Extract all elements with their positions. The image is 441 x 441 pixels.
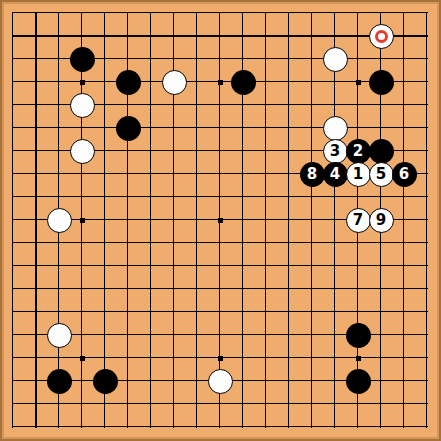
- stone-black: [231, 70, 256, 95]
- stone-black: [93, 369, 118, 394]
- stone-white-3: 3: [323, 139, 348, 164]
- stone-black-8: 8: [300, 162, 325, 187]
- move-number: 6: [399, 167, 409, 182]
- stone-black-4: 4: [323, 162, 348, 187]
- stone-white: [323, 47, 348, 72]
- stone-black: [369, 70, 394, 95]
- star-point: [80, 356, 85, 361]
- stone-black-6: 6: [392, 162, 417, 187]
- stone-white: [323, 116, 348, 141]
- move-number: 8: [307, 167, 317, 182]
- star-point: [218, 80, 223, 85]
- stone-black: [369, 139, 394, 164]
- stone-white: [162, 70, 187, 95]
- stone-white-1: 1: [346, 162, 371, 187]
- star-point: [218, 356, 223, 361]
- move-number: 9: [376, 213, 386, 228]
- stone-white: [70, 139, 95, 164]
- star-point: [356, 80, 361, 85]
- stone-black: [47, 369, 72, 394]
- stone-white: [47, 323, 72, 348]
- move-number: 4: [330, 167, 340, 182]
- stone-white: [47, 208, 72, 233]
- stone-black-2: 2: [346, 139, 371, 164]
- star-point: [80, 80, 85, 85]
- board-grid: 328415679: [2, 2, 439, 439]
- move-number: 1: [353, 167, 363, 182]
- go-board: 328415679: [0, 0, 441, 441]
- stone-white-5: 5: [369, 162, 394, 187]
- stone-white-7: 7: [346, 208, 371, 233]
- stone-white-9: 9: [369, 208, 394, 233]
- stone-black: [346, 323, 371, 348]
- stone-black: [116, 70, 141, 95]
- move-number: 2: [353, 144, 363, 159]
- stone-black: [346, 369, 371, 394]
- stone-black: [116, 116, 141, 141]
- star-point: [80, 218, 85, 223]
- stone-white: [70, 93, 95, 118]
- stone-white: [208, 369, 233, 394]
- move-number: 3: [330, 144, 340, 159]
- move-number: 7: [353, 213, 363, 228]
- stone-black: [70, 47, 95, 72]
- stone-white-circled: [369, 24, 394, 49]
- circle-marker-icon: [375, 30, 388, 43]
- star-point: [356, 356, 361, 361]
- star-point: [218, 218, 223, 223]
- move-number: 5: [376, 167, 386, 182]
